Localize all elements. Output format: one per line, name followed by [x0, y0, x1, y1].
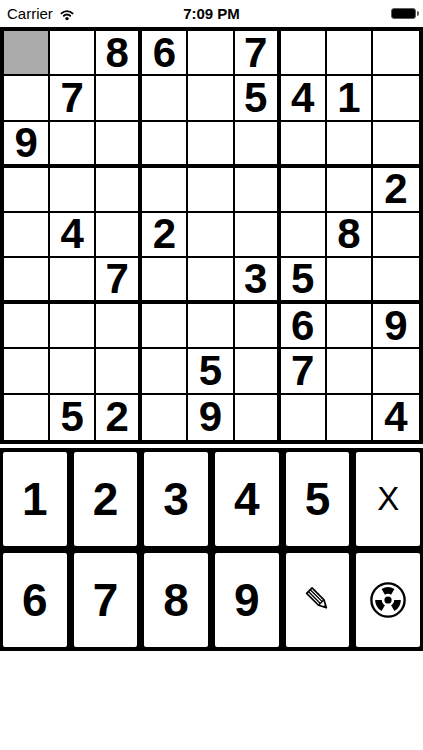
sudoku-cell-r3c2[interactable]	[50, 122, 96, 168]
sudoku-cell-r4c4[interactable]	[142, 168, 188, 213]
key-clear[interactable]: X	[356, 452, 420, 546]
sudoku-cell-r2c5[interactable]	[188, 76, 234, 121]
sudoku-cell-r9c8[interactable]	[327, 395, 373, 440]
sudoku-cell-r5c8[interactable]: 8	[327, 213, 373, 258]
sudoku-cell-r1c7[interactable]	[281, 31, 327, 76]
sudoku-cell-r1c4[interactable]: 6	[142, 31, 188, 76]
key-hint[interactable]	[356, 553, 420, 647]
sudoku-cell-r3c3[interactable]	[96, 122, 142, 168]
pencil-icon	[300, 583, 334, 617]
sudoku-cell-r4c3[interactable]	[96, 168, 142, 213]
sudoku-cell-r3c5[interactable]	[188, 122, 234, 168]
sudoku-cell-r8c4[interactable]	[142, 349, 188, 394]
sudoku-cell-r7c8[interactable]	[327, 304, 373, 349]
battery-icon	[391, 8, 416, 19]
sudoku-cell-r8c8[interactable]	[327, 349, 373, 394]
status-bar: Carrier 7:09 PM	[0, 0, 423, 27]
key-8[interactable]: 8	[144, 553, 208, 647]
sudoku-cell-r7c1[interactable]	[4, 304, 50, 349]
sudoku-cell-r4c6[interactable]	[235, 168, 281, 213]
sudoku-cell-r5c6[interactable]	[235, 213, 281, 258]
sudoku-cell-r3c8[interactable]	[327, 122, 373, 168]
trefoil-icon	[369, 581, 407, 619]
carrier-label: Carrier	[7, 5, 53, 22]
key-3[interactable]: 3	[144, 452, 208, 546]
status-right	[391, 8, 416, 19]
sudoku-cell-r3c9[interactable]	[373, 122, 419, 168]
sudoku-cell-r9c3[interactable]: 2	[96, 395, 142, 440]
sudoku-cell-r3c1[interactable]: 9	[4, 122, 50, 168]
sudoku-cell-r5c4[interactable]: 2	[142, 213, 188, 258]
sudoku-cell-r8c5[interactable]: 5	[188, 349, 234, 394]
key-4[interactable]: 4	[215, 452, 279, 546]
sudoku-cell-r4c9[interactable]: 2	[373, 168, 419, 213]
sudoku-cell-r2c9[interactable]	[373, 76, 419, 121]
sudoku-cell-r6c5[interactable]	[188, 258, 234, 304]
sudoku-cell-r9c1[interactable]	[4, 395, 50, 440]
sudoku-cell-r2c2[interactable]: 7	[50, 76, 96, 121]
key-6[interactable]: 6	[3, 553, 67, 647]
sudoku-cell-r6c1[interactable]	[4, 258, 50, 304]
sudoku-cell-r5c5[interactable]	[188, 213, 234, 258]
sudoku-cell-r2c3[interactable]	[96, 76, 142, 121]
sudoku-cell-r9c6[interactable]	[235, 395, 281, 440]
sudoku-cell-r4c8[interactable]	[327, 168, 373, 213]
sudoku-cell-r1c3[interactable]: 8	[96, 31, 142, 76]
key-7[interactable]: 7	[74, 553, 138, 647]
sudoku-cell-r8c7[interactable]: 7	[281, 349, 327, 394]
sudoku-cell-r1c9[interactable]	[373, 31, 419, 76]
sudoku-cell-r7c5[interactable]	[188, 304, 234, 349]
sudoku-cell-r4c2[interactable]	[50, 168, 96, 213]
keypad: 12345X6789	[0, 448, 423, 651]
sudoku-cell-r1c8[interactable]	[327, 31, 373, 76]
sudoku-cell-r5c9[interactable]	[373, 213, 419, 258]
sudoku-cell-r6c6[interactable]: 3	[235, 258, 281, 304]
key-1[interactable]: 1	[3, 452, 67, 546]
sudoku-cell-r2c6[interactable]: 5	[235, 76, 281, 121]
sudoku-cell-r8c3[interactable]	[96, 349, 142, 394]
sudoku-cell-r7c9[interactable]: 9	[373, 304, 419, 349]
sudoku-cell-r2c1[interactable]	[4, 76, 50, 121]
sudoku-cell-r7c6[interactable]	[235, 304, 281, 349]
key-pencil[interactable]	[286, 553, 350, 647]
sudoku-cell-r2c4[interactable]	[142, 76, 188, 121]
sudoku-cell-r7c2[interactable]	[50, 304, 96, 349]
sudoku-cell-r9c4[interactable]	[142, 395, 188, 440]
sudoku-cell-r3c6[interactable]	[235, 122, 281, 168]
sudoku-cell-r4c5[interactable]	[188, 168, 234, 213]
status-left: Carrier	[7, 5, 76, 22]
sudoku-cell-r2c7[interactable]: 4	[281, 76, 327, 121]
sudoku-cell-r9c5[interactable]: 9	[188, 395, 234, 440]
sudoku-cell-r4c1[interactable]	[4, 168, 50, 213]
sudoku-cell-r7c7[interactable]: 6	[281, 304, 327, 349]
sudoku-cell-r5c2[interactable]: 4	[50, 213, 96, 258]
sudoku-cell-r3c4[interactable]	[142, 122, 188, 168]
sudoku-cell-r1c6[interactable]: 7	[235, 31, 281, 76]
sudoku-cell-r5c7[interactable]	[281, 213, 327, 258]
sudoku-cell-r8c9[interactable]	[373, 349, 419, 394]
sudoku-cell-r6c7[interactable]: 5	[281, 258, 327, 304]
sudoku-cell-r4c7[interactable]	[281, 168, 327, 213]
sudoku-cell-r5c1[interactable]	[4, 213, 50, 258]
screen: Carrier 7:09 PM 86775419242873569575294 …	[0, 0, 423, 750]
sudoku-cell-r7c3[interactable]	[96, 304, 142, 349]
sudoku-cell-r6c8[interactable]	[327, 258, 373, 304]
sudoku-cell-r1c1[interactable]	[4, 31, 50, 76]
key-5[interactable]: 5	[286, 452, 350, 546]
sudoku-cell-r8c6[interactable]	[235, 349, 281, 394]
sudoku-cell-r8c2[interactable]	[50, 349, 96, 394]
sudoku-board: 86775419242873569575294	[0, 27, 423, 444]
sudoku-cell-r7c4[interactable]	[142, 304, 188, 349]
sudoku-cell-r6c4[interactable]	[142, 258, 188, 304]
sudoku-cell-r9c9[interactable]: 4	[373, 395, 419, 440]
key-2[interactable]: 2	[74, 452, 138, 546]
sudoku-cell-r6c2[interactable]	[50, 258, 96, 304]
sudoku-cell-r2c8[interactable]: 1	[327, 76, 373, 121]
sudoku-cell-r9c2[interactable]: 5	[50, 395, 96, 440]
wifi-icon	[58, 7, 76, 21]
sudoku-cell-r6c3[interactable]: 7	[96, 258, 142, 304]
key-9[interactable]: 9	[215, 553, 279, 647]
sudoku-cell-r9c7[interactable]	[281, 395, 327, 440]
sudoku-cell-r3c7[interactable]	[281, 122, 327, 168]
sudoku-cell-r8c1[interactable]	[4, 349, 50, 394]
sudoku-cell-r1c5[interactable]	[188, 31, 234, 76]
sudoku-cell-r5c3[interactable]	[96, 213, 142, 258]
sudoku-cell-r1c2[interactable]	[50, 31, 96, 76]
sudoku-cell-r6c9[interactable]	[373, 258, 419, 304]
